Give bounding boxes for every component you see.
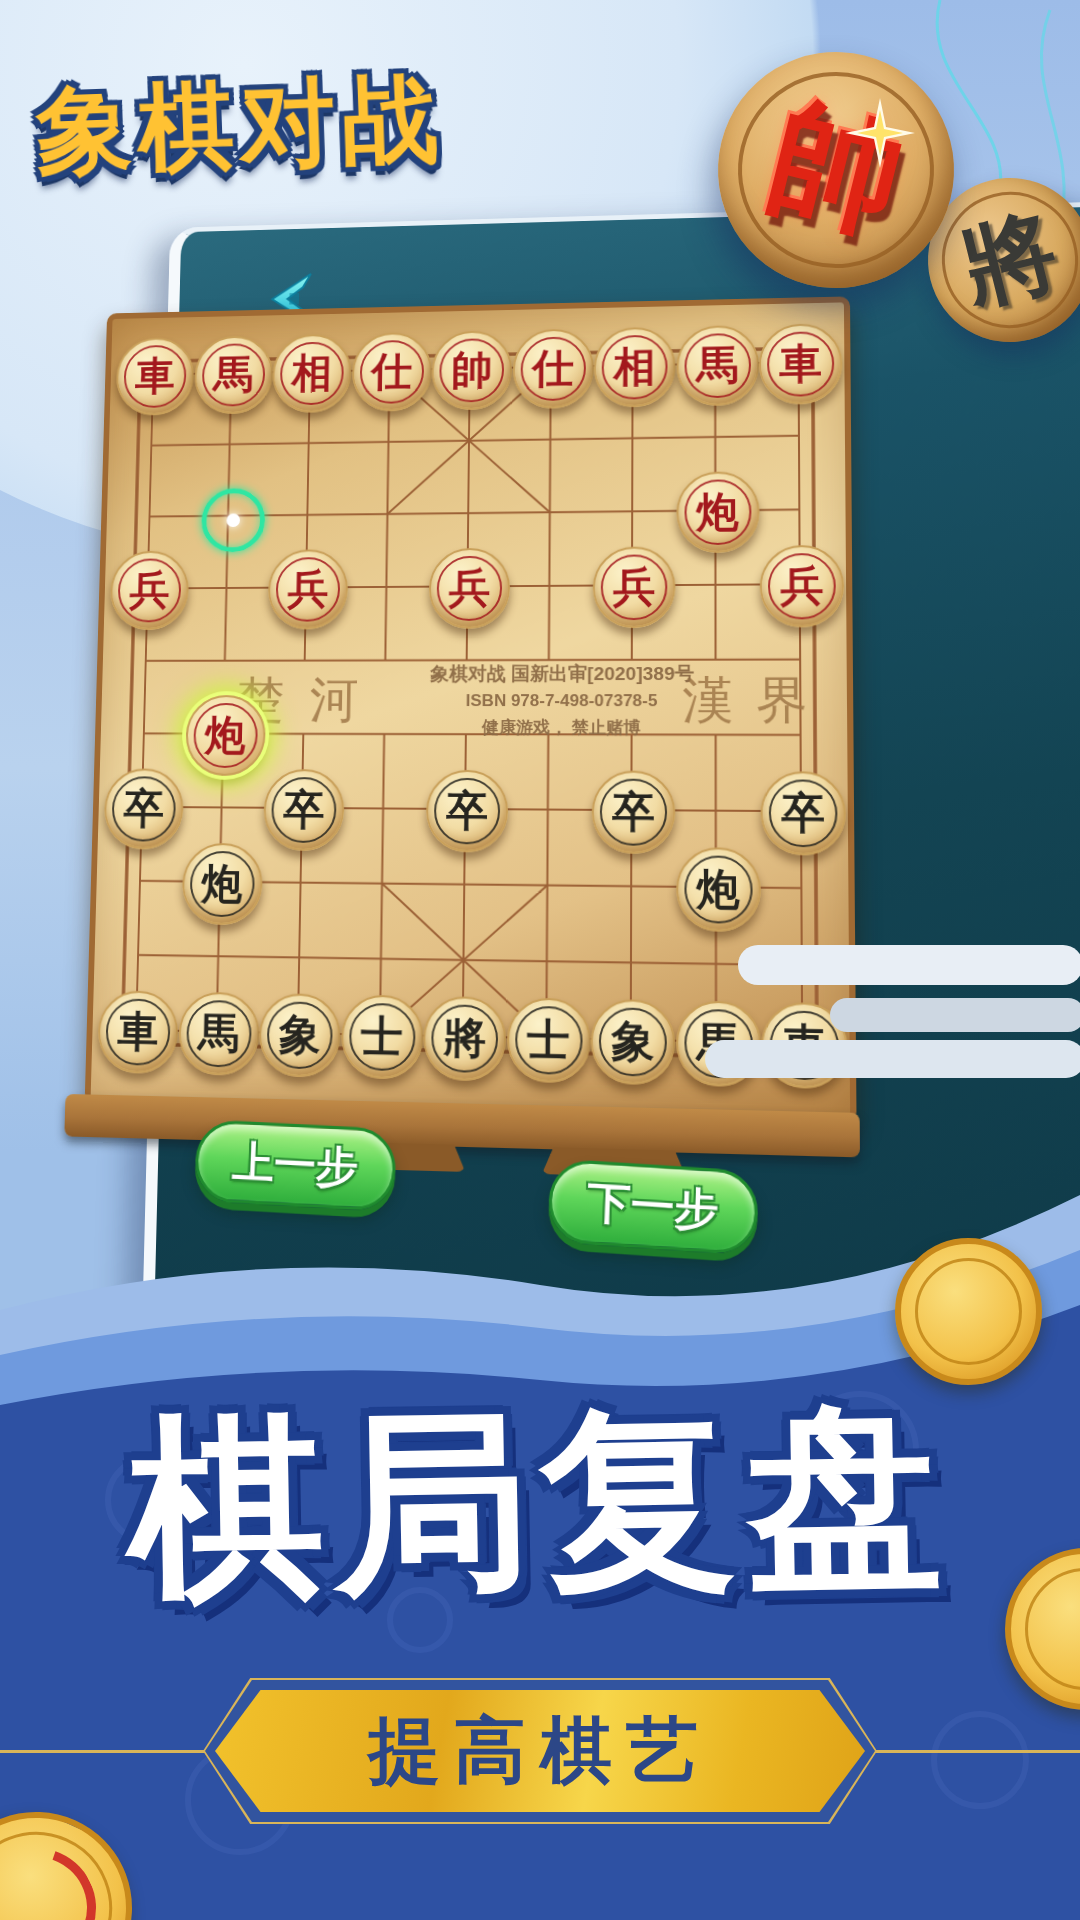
sparkle-icon [845,98,915,168]
app-screenshot: { "app": { "title": "象棋对战" }, "header_de… [0,0,1080,1920]
promo-headline: 棋局复盘 [0,1363,1080,1647]
cta-button[interactable]: 提高棋艺 [215,1690,865,1812]
piece-red-pawn: 兵 [760,545,845,628]
piece-black-elephant: 象 [591,999,676,1086]
piece-black-cannon: 炮 [676,847,761,932]
piece-black-general: 將 [423,996,507,1082]
cta-banner: 提高棋艺 [0,1680,1080,1830]
piece-black-pawn: 卒 [592,770,676,854]
cta-side-line-right [875,1750,1080,1753]
cloud-decoration [705,1040,1080,1078]
piece-red-cannon: 炮 [676,471,759,553]
xiangqi-board: 楚河 漢界 象棋对战 国新出审[2020]389号 ISBN 978-7-498… [85,296,857,1122]
cloud-decoration [738,945,1080,985]
piece-black-cannon: 炮 [181,842,263,925]
river-license-text: 象棋对战 国新出审[2020]389号 ISBN 978-7-498-07378… [372,659,754,742]
cta-side-line-left [0,1750,205,1753]
piece-black-pawn: 卒 [760,771,846,856]
piece-black-pawn: 卒 [426,770,509,853]
cloud-decoration [830,998,1080,1032]
piece-red-pawn: 兵 [593,546,676,628]
page-title: 象棋对战 [34,55,446,199]
